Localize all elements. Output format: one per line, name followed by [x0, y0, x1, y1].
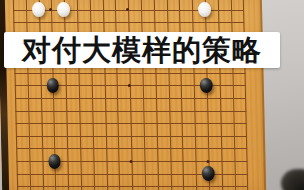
caption-text: 对付大模样的策略 — [22, 32, 262, 68]
board-intersection-E16 — [57, 4, 70, 17]
black-stone — [202, 166, 215, 181]
white-stone — [57, 2, 70, 17]
board-intersection-C16 — [32, 4, 45, 17]
white-stone — [32, 2, 45, 17]
stones-layer — [5, 0, 254, 190]
white-stone — [198, 2, 211, 17]
black-stone — [200, 78, 213, 93]
board-intersection-D4 — [48, 155, 61, 168]
go-board — [0, 0, 266, 190]
background-object — [281, 169, 304, 190]
board-intersection-Q16 — [198, 4, 211, 17]
board-intersection-Q3 — [202, 167, 215, 180]
caption-banner: 对付大模样的策略 — [4, 32, 280, 68]
black-stone — [46, 78, 59, 93]
video-frame: 对付大模样的策略 — [0, 0, 304, 190]
black-stone — [48, 154, 61, 169]
board-intersection-D10 — [46, 79, 59, 92]
board-intersection-Q10 — [200, 79, 213, 92]
